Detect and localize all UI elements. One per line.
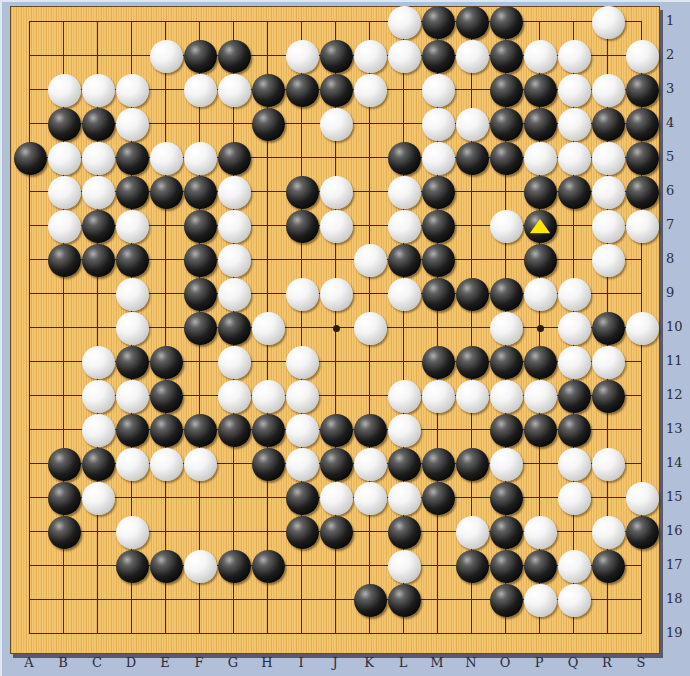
intersection-M4[interactable] [421, 107, 455, 141]
intersection-N6[interactable] [455, 175, 489, 209]
intersection-S12[interactable] [625, 379, 659, 413]
intersection-N15[interactable] [455, 481, 489, 515]
intersection-F6[interactable] [183, 175, 217, 209]
intersection-O7[interactable] [489, 209, 523, 243]
intersection-D5[interactable] [115, 141, 149, 175]
intersection-L8[interactable] [387, 243, 421, 277]
intersection-L6[interactable] [387, 175, 421, 209]
intersection-P15[interactable] [523, 481, 557, 515]
intersection-F14[interactable] [183, 447, 217, 481]
intersection-S2[interactable] [625, 39, 659, 73]
intersection-G16[interactable] [217, 515, 251, 549]
intersection-E19[interactable] [149, 617, 183, 651]
intersection-Q11[interactable] [557, 345, 591, 379]
intersection-D19[interactable] [115, 617, 149, 651]
intersection-H13[interactable] [251, 413, 285, 447]
intersection-O3[interactable] [489, 73, 523, 107]
intersection-E5[interactable] [149, 141, 183, 175]
intersection-P14[interactable] [523, 447, 557, 481]
intersection-A11[interactable] [13, 345, 47, 379]
intersection-O11[interactable] [489, 345, 523, 379]
intersection-A9[interactable] [13, 277, 47, 311]
intersection-G1[interactable] [217, 5, 251, 39]
intersection-N2[interactable] [455, 39, 489, 73]
intersection-C8[interactable] [81, 243, 115, 277]
intersection-N5[interactable] [455, 141, 489, 175]
intersection-K16[interactable] [353, 515, 387, 549]
intersection-J3[interactable] [319, 73, 353, 107]
intersection-I13[interactable] [285, 413, 319, 447]
intersection-E14[interactable] [149, 447, 183, 481]
intersection-P13[interactable] [523, 413, 557, 447]
intersection-C11[interactable] [81, 345, 115, 379]
intersection-A14[interactable] [13, 447, 47, 481]
intersection-H11[interactable] [251, 345, 285, 379]
intersection-A3[interactable] [13, 73, 47, 107]
intersection-K6[interactable] [353, 175, 387, 209]
intersection-J6[interactable] [319, 175, 353, 209]
intersection-E15[interactable] [149, 481, 183, 515]
intersection-R12[interactable] [591, 379, 625, 413]
intersection-B2[interactable] [47, 39, 81, 73]
intersection-P11[interactable] [523, 345, 557, 379]
intersection-Q14[interactable] [557, 447, 591, 481]
intersection-A16[interactable] [13, 515, 47, 549]
intersection-M12[interactable] [421, 379, 455, 413]
intersection-H17[interactable] [251, 549, 285, 583]
intersection-G6[interactable] [217, 175, 251, 209]
intersection-E17[interactable] [149, 549, 183, 583]
intersection-O17[interactable] [489, 549, 523, 583]
intersection-F5[interactable] [183, 141, 217, 175]
intersection-J16[interactable] [319, 515, 353, 549]
intersection-O1[interactable] [489, 5, 523, 39]
intersection-Q17[interactable] [557, 549, 591, 583]
intersection-A2[interactable] [13, 39, 47, 73]
intersection-D18[interactable] [115, 583, 149, 617]
intersection-E18[interactable] [149, 583, 183, 617]
intersection-D4[interactable] [115, 107, 149, 141]
intersection-F2[interactable] [183, 39, 217, 73]
intersection-B11[interactable] [47, 345, 81, 379]
intersection-Q6[interactable] [557, 175, 591, 209]
intersection-G18[interactable] [217, 583, 251, 617]
intersection-S11[interactable] [625, 345, 659, 379]
intersection-D9[interactable] [115, 277, 149, 311]
intersection-N10[interactable] [455, 311, 489, 345]
intersection-N7[interactable] [455, 209, 489, 243]
intersection-N8[interactable] [455, 243, 489, 277]
intersection-B14[interactable] [47, 447, 81, 481]
intersection-A4[interactable] [13, 107, 47, 141]
intersection-L13[interactable] [387, 413, 421, 447]
intersection-I12[interactable] [285, 379, 319, 413]
intersection-I9[interactable] [285, 277, 319, 311]
intersection-F8[interactable] [183, 243, 217, 277]
intersection-B8[interactable] [47, 243, 81, 277]
intersection-J1[interactable] [319, 5, 353, 39]
intersection-S7[interactable] [625, 209, 659, 243]
intersection-P12[interactable] [523, 379, 557, 413]
intersection-H9[interactable] [251, 277, 285, 311]
intersection-B18[interactable] [47, 583, 81, 617]
intersection-M14[interactable] [421, 447, 455, 481]
intersection-L15[interactable] [387, 481, 421, 515]
intersection-R14[interactable] [591, 447, 625, 481]
intersection-B1[interactable] [47, 5, 81, 39]
intersection-K4[interactable] [353, 107, 387, 141]
intersection-G17[interactable] [217, 549, 251, 583]
intersection-P17[interactable] [523, 549, 557, 583]
intersection-J7[interactable] [319, 209, 353, 243]
intersection-E7[interactable] [149, 209, 183, 243]
intersection-I4[interactable] [285, 107, 319, 141]
intersection-P2[interactable] [523, 39, 557, 73]
intersection-E2[interactable] [149, 39, 183, 73]
intersection-M13[interactable] [421, 413, 455, 447]
intersection-J13[interactable] [319, 413, 353, 447]
intersection-K19[interactable] [353, 617, 387, 651]
intersection-S15[interactable] [625, 481, 659, 515]
intersection-F11[interactable] [183, 345, 217, 379]
intersection-E4[interactable] [149, 107, 183, 141]
intersection-C17[interactable] [81, 549, 115, 583]
intersection-A19[interactable] [13, 617, 47, 651]
intersection-F16[interactable] [183, 515, 217, 549]
intersection-N16[interactable] [455, 515, 489, 549]
intersection-H3[interactable] [251, 73, 285, 107]
intersection-G9[interactable] [217, 277, 251, 311]
intersection-D3[interactable] [115, 73, 149, 107]
intersection-D1[interactable] [115, 5, 149, 39]
intersection-S5[interactable] [625, 141, 659, 175]
intersection-I16[interactable] [285, 515, 319, 549]
intersection-R18[interactable] [591, 583, 625, 617]
intersection-H7[interactable] [251, 209, 285, 243]
intersection-S16[interactable] [625, 515, 659, 549]
intersection-F18[interactable] [183, 583, 217, 617]
intersection-H10[interactable] [251, 311, 285, 345]
intersection-L14[interactable] [387, 447, 421, 481]
intersection-Q15[interactable] [557, 481, 591, 515]
intersection-I17[interactable] [285, 549, 319, 583]
intersection-B7[interactable] [47, 209, 81, 243]
intersection-M17[interactable] [421, 549, 455, 583]
intersection-O13[interactable] [489, 413, 523, 447]
intersection-O16[interactable] [489, 515, 523, 549]
intersection-A10[interactable] [13, 311, 47, 345]
intersection-S17[interactable] [625, 549, 659, 583]
intersection-B15[interactable] [47, 481, 81, 515]
intersection-E3[interactable] [149, 73, 183, 107]
intersection-B4[interactable] [47, 107, 81, 141]
intersection-I1[interactable] [285, 5, 319, 39]
intersection-N9[interactable] [455, 277, 489, 311]
intersection-C1[interactable] [81, 5, 115, 39]
intersection-E12[interactable] [149, 379, 183, 413]
intersection-F4[interactable] [183, 107, 217, 141]
intersection-P16[interactable] [523, 515, 557, 549]
intersection-F7[interactable] [183, 209, 217, 243]
intersection-L5[interactable] [387, 141, 421, 175]
intersection-B9[interactable] [47, 277, 81, 311]
intersection-D6[interactable] [115, 175, 149, 209]
intersection-C3[interactable] [81, 73, 115, 107]
intersection-E9[interactable] [149, 277, 183, 311]
intersection-D2[interactable] [115, 39, 149, 73]
intersection-F1[interactable] [183, 5, 217, 39]
intersection-R8[interactable] [591, 243, 625, 277]
intersection-H19[interactable] [251, 617, 285, 651]
intersection-J18[interactable] [319, 583, 353, 617]
intersection-S8[interactable] [625, 243, 659, 277]
intersection-C15[interactable] [81, 481, 115, 515]
intersection-A1[interactable] [13, 5, 47, 39]
intersection-F17[interactable] [183, 549, 217, 583]
intersection-K14[interactable] [353, 447, 387, 481]
intersection-N4[interactable] [455, 107, 489, 141]
intersection-J8[interactable] [319, 243, 353, 277]
intersection-C13[interactable] [81, 413, 115, 447]
intersection-O18[interactable] [489, 583, 523, 617]
intersection-I3[interactable] [285, 73, 319, 107]
intersection-M7[interactable] [421, 209, 455, 243]
intersection-I6[interactable] [285, 175, 319, 209]
intersection-N13[interactable] [455, 413, 489, 447]
intersection-R6[interactable] [591, 175, 625, 209]
intersection-A17[interactable] [13, 549, 47, 583]
intersection-A8[interactable] [13, 243, 47, 277]
intersection-D11[interactable] [115, 345, 149, 379]
intersection-G10[interactable] [217, 311, 251, 345]
intersection-C19[interactable] [81, 617, 115, 651]
intersection-H14[interactable] [251, 447, 285, 481]
intersection-K2[interactable] [353, 39, 387, 73]
intersection-L18[interactable] [387, 583, 421, 617]
intersection-L4[interactable] [387, 107, 421, 141]
intersection-O6[interactable] [489, 175, 523, 209]
intersection-O8[interactable] [489, 243, 523, 277]
intersection-S3[interactable] [625, 73, 659, 107]
intersection-A5[interactable] [13, 141, 47, 175]
intersection-E13[interactable] [149, 413, 183, 447]
intersection-O12[interactable] [489, 379, 523, 413]
intersection-P7[interactable] [523, 209, 557, 243]
intersection-J9[interactable] [319, 277, 353, 311]
intersection-N14[interactable] [455, 447, 489, 481]
intersection-R10[interactable] [591, 311, 625, 345]
intersection-H8[interactable] [251, 243, 285, 277]
intersection-P5[interactable] [523, 141, 557, 175]
intersection-H16[interactable] [251, 515, 285, 549]
intersection-Q5[interactable] [557, 141, 591, 175]
intersection-G2[interactable] [217, 39, 251, 73]
intersection-S10[interactable] [625, 311, 659, 345]
intersection-R4[interactable] [591, 107, 625, 141]
intersection-I7[interactable] [285, 209, 319, 243]
intersection-Q9[interactable] [557, 277, 591, 311]
intersection-L17[interactable] [387, 549, 421, 583]
intersection-P8[interactable] [523, 243, 557, 277]
intersection-A7[interactable] [13, 209, 47, 243]
intersection-A12[interactable] [13, 379, 47, 413]
intersection-S4[interactable] [625, 107, 659, 141]
intersection-E10[interactable] [149, 311, 183, 345]
intersection-O14[interactable] [489, 447, 523, 481]
intersection-F12[interactable] [183, 379, 217, 413]
intersection-N11[interactable] [455, 345, 489, 379]
intersection-Q8[interactable] [557, 243, 591, 277]
intersection-H18[interactable] [251, 583, 285, 617]
intersection-M3[interactable] [421, 73, 455, 107]
intersection-R15[interactable] [591, 481, 625, 515]
intersection-G12[interactable] [217, 379, 251, 413]
intersection-K18[interactable] [353, 583, 387, 617]
intersection-I18[interactable] [285, 583, 319, 617]
intersection-D8[interactable] [115, 243, 149, 277]
intersection-C9[interactable] [81, 277, 115, 311]
intersection-J2[interactable] [319, 39, 353, 73]
intersection-M5[interactable] [421, 141, 455, 175]
intersection-M19[interactable] [421, 617, 455, 651]
intersection-I11[interactable] [285, 345, 319, 379]
intersection-B17[interactable] [47, 549, 81, 583]
intersection-J17[interactable] [319, 549, 353, 583]
intersection-F13[interactable] [183, 413, 217, 447]
intersection-P4[interactable] [523, 107, 557, 141]
intersection-L12[interactable] [387, 379, 421, 413]
intersection-K9[interactable] [353, 277, 387, 311]
intersection-I19[interactable] [285, 617, 319, 651]
intersection-R7[interactable] [591, 209, 625, 243]
intersection-J5[interactable] [319, 141, 353, 175]
intersection-C4[interactable] [81, 107, 115, 141]
intersection-M15[interactable] [421, 481, 455, 515]
intersection-G13[interactable] [217, 413, 251, 447]
intersection-Q13[interactable] [557, 413, 591, 447]
intersection-H5[interactable] [251, 141, 285, 175]
intersection-R11[interactable] [591, 345, 625, 379]
intersection-O9[interactable] [489, 277, 523, 311]
intersection-H15[interactable] [251, 481, 285, 515]
intersection-C6[interactable] [81, 175, 115, 209]
intersection-M11[interactable] [421, 345, 455, 379]
intersection-K1[interactable] [353, 5, 387, 39]
intersection-Q1[interactable] [557, 5, 591, 39]
intersection-D17[interactable] [115, 549, 149, 583]
intersection-O10[interactable] [489, 311, 523, 345]
intersection-P3[interactable] [523, 73, 557, 107]
intersection-L16[interactable] [387, 515, 421, 549]
intersection-G7[interactable] [217, 209, 251, 243]
intersection-N19[interactable] [455, 617, 489, 651]
intersection-R3[interactable] [591, 73, 625, 107]
intersection-A6[interactable] [13, 175, 47, 209]
intersection-M9[interactable] [421, 277, 455, 311]
intersection-S1[interactable] [625, 5, 659, 39]
intersection-O19[interactable] [489, 617, 523, 651]
intersection-M10[interactable] [421, 311, 455, 345]
intersection-D15[interactable] [115, 481, 149, 515]
intersection-F9[interactable] [183, 277, 217, 311]
intersection-P6[interactable] [523, 175, 557, 209]
intersection-K13[interactable] [353, 413, 387, 447]
intersection-I2[interactable] [285, 39, 319, 73]
intersection-O2[interactable] [489, 39, 523, 73]
intersection-E8[interactable] [149, 243, 183, 277]
intersection-G11[interactable] [217, 345, 251, 379]
intersection-N17[interactable] [455, 549, 489, 583]
intersection-I10[interactable] [285, 311, 319, 345]
intersection-L7[interactable] [387, 209, 421, 243]
intersection-Q7[interactable] [557, 209, 591, 243]
intersection-K10[interactable] [353, 311, 387, 345]
intersection-L11[interactable] [387, 345, 421, 379]
intersection-C5[interactable] [81, 141, 115, 175]
intersection-I8[interactable] [285, 243, 319, 277]
intersection-L1[interactable] [387, 5, 421, 39]
intersection-S13[interactable] [625, 413, 659, 447]
intersection-I14[interactable] [285, 447, 319, 481]
intersection-F3[interactable] [183, 73, 217, 107]
intersection-A15[interactable] [13, 481, 47, 515]
intersection-F19[interactable] [183, 617, 217, 651]
intersection-D7[interactable] [115, 209, 149, 243]
intersection-F15[interactable] [183, 481, 217, 515]
intersection-B12[interactable] [47, 379, 81, 413]
intersection-K5[interactable] [353, 141, 387, 175]
intersection-O5[interactable] [489, 141, 523, 175]
intersection-F10[interactable] [183, 311, 217, 345]
intersection-C7[interactable] [81, 209, 115, 243]
intersection-P9[interactable] [523, 277, 557, 311]
intersection-N12[interactable] [455, 379, 489, 413]
intersection-M2[interactable] [421, 39, 455, 73]
intersection-J19[interactable] [319, 617, 353, 651]
intersection-B10[interactable] [47, 311, 81, 345]
intersection-B13[interactable] [47, 413, 81, 447]
intersection-D12[interactable] [115, 379, 149, 413]
intersection-G14[interactable] [217, 447, 251, 481]
intersection-Q19[interactable] [557, 617, 591, 651]
intersection-M8[interactable] [421, 243, 455, 277]
intersection-R9[interactable] [591, 277, 625, 311]
intersection-Q12[interactable] [557, 379, 591, 413]
intersection-C16[interactable] [81, 515, 115, 549]
intersection-O4[interactable] [489, 107, 523, 141]
intersection-C2[interactable] [81, 39, 115, 73]
intersection-A13[interactable] [13, 413, 47, 447]
intersection-L3[interactable] [387, 73, 421, 107]
intersection-S9[interactable] [625, 277, 659, 311]
intersection-C10[interactable] [81, 311, 115, 345]
intersection-L2[interactable] [387, 39, 421, 73]
intersection-R17[interactable] [591, 549, 625, 583]
intersection-G8[interactable] [217, 243, 251, 277]
intersection-D10[interactable] [115, 311, 149, 345]
intersection-O15[interactable] [489, 481, 523, 515]
intersection-B19[interactable] [47, 617, 81, 651]
intersection-J10[interactable] [319, 311, 353, 345]
intersection-I15[interactable] [285, 481, 319, 515]
intersection-K7[interactable] [353, 209, 387, 243]
intersection-N1[interactable] [455, 5, 489, 39]
intersection-S6[interactable] [625, 175, 659, 209]
intersection-D13[interactable] [115, 413, 149, 447]
intersection-J12[interactable] [319, 379, 353, 413]
intersection-J15[interactable] [319, 481, 353, 515]
intersection-K11[interactable] [353, 345, 387, 379]
